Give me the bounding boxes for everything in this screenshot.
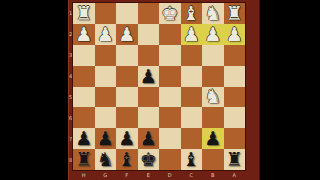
piece-black-rook-h8[interactable]: ♜ — [75, 150, 92, 169]
square-d4[interactable] — [159, 66, 181, 87]
square-c1[interactable]: ♝ — [181, 3, 203, 24]
square-h1[interactable]: ♜ — [73, 3, 95, 24]
square-b4[interactable] — [202, 66, 224, 87]
square-e2[interactable] — [138, 24, 160, 45]
piece-black-pawn-f7[interactable]: ♟ — [118, 129, 135, 148]
square-d1[interactable]: ♚ — [159, 3, 181, 24]
video-frame: 12345678 HGFEDCBA ♜♚♝♞♜♟♟♟♟♟♟♟♞♟♟♟♟♟♜♞♝♚… — [0, 0, 320, 180]
square-b5[interactable]: ♞ — [202, 87, 224, 108]
piece-white-knight-b1[interactable]: ♞ — [204, 3, 221, 22]
square-a3[interactable] — [224, 45, 246, 66]
square-h5[interactable] — [73, 87, 95, 108]
piece-white-bishop-c1[interactable]: ♝ — [183, 3, 200, 22]
square-a1[interactable]: ♜ — [224, 3, 246, 24]
square-b6[interactable] — [202, 107, 224, 128]
square-c6[interactable] — [181, 107, 203, 128]
file-labels: HGFEDCBA — [73, 170, 245, 180]
piece-black-knight-g8[interactable]: ♞ — [97, 150, 114, 169]
square-g4[interactable] — [95, 66, 117, 87]
square-c8[interactable]: ♝ — [181, 149, 203, 170]
square-b3[interactable] — [202, 45, 224, 66]
square-e5[interactable] — [138, 87, 160, 108]
square-c3[interactable] — [181, 45, 203, 66]
square-e8[interactable]: ♚ — [138, 149, 160, 170]
square-d8[interactable] — [159, 149, 181, 170]
piece-black-rook-a8[interactable]: ♜ — [226, 150, 243, 169]
square-g6[interactable] — [95, 107, 117, 128]
square-b2[interactable]: ♟ — [202, 24, 224, 45]
piece-white-knight-b5[interactable]: ♞ — [204, 87, 221, 106]
square-d3[interactable] — [159, 45, 181, 66]
square-g3[interactable] — [95, 45, 117, 66]
square-g2[interactable]: ♟ — [95, 24, 117, 45]
square-a2[interactable]: ♟ — [224, 24, 246, 45]
board-squares: ♜♚♝♞♜♟♟♟♟♟♟♟♞♟♟♟♟♟♜♞♝♚♝♜ — [73, 3, 245, 170]
square-e1[interactable] — [138, 3, 160, 24]
square-c2[interactable]: ♟ — [181, 24, 203, 45]
square-b8[interactable] — [202, 149, 224, 170]
file-label-h: H — [73, 170, 95, 180]
square-d5[interactable] — [159, 87, 181, 108]
piece-black-bishop-c8[interactable]: ♝ — [183, 150, 200, 169]
square-f7[interactable]: ♟ — [116, 128, 138, 149]
piece-black-bishop-f8[interactable]: ♝ — [118, 150, 135, 169]
file-label-d: D — [159, 170, 181, 180]
square-h7[interactable]: ♟ — [73, 128, 95, 149]
square-e7[interactable]: ♟ — [138, 128, 160, 149]
square-f4[interactable] — [116, 66, 138, 87]
square-c5[interactable] — [181, 87, 203, 108]
piece-white-king-d1[interactable]: ♚ — [161, 3, 178, 22]
piece-white-pawn-b2[interactable]: ♟ — [204, 24, 221, 43]
file-label-f: F — [116, 170, 138, 180]
square-f6[interactable] — [116, 107, 138, 128]
piece-black-pawn-b7[interactable]: ♟ — [204, 129, 221, 148]
square-b7[interactable]: ♟ — [202, 128, 224, 149]
file-label-a: A — [224, 170, 246, 180]
file-label-c: C — [181, 170, 203, 180]
square-e3[interactable] — [138, 45, 160, 66]
piece-white-pawn-h2[interactable]: ♟ — [75, 24, 92, 43]
square-g5[interactable] — [95, 87, 117, 108]
piece-white-pawn-g2[interactable]: ♟ — [97, 24, 114, 43]
square-d2[interactable] — [159, 24, 181, 45]
piece-white-rook-h1[interactable]: ♜ — [75, 3, 92, 22]
piece-black-pawn-e7[interactable]: ♟ — [140, 129, 157, 148]
square-h2[interactable]: ♟ — [73, 24, 95, 45]
square-b1[interactable]: ♞ — [202, 3, 224, 24]
square-f8[interactable]: ♝ — [116, 149, 138, 170]
square-h6[interactable] — [73, 107, 95, 128]
piece-black-king-e8[interactable]: ♚ — [140, 150, 157, 169]
square-f5[interactable] — [116, 87, 138, 108]
square-d7[interactable] — [159, 128, 181, 149]
square-e4[interactable]: ♟ — [138, 66, 160, 87]
square-h3[interactable] — [73, 45, 95, 66]
square-h4[interactable] — [73, 66, 95, 87]
square-e6[interactable] — [138, 107, 160, 128]
square-f3[interactable] — [116, 45, 138, 66]
piece-black-pawn-g7[interactable]: ♟ — [97, 129, 114, 148]
piece-white-rook-a1[interactable]: ♜ — [226, 3, 243, 22]
piece-white-pawn-a2[interactable]: ♟ — [226, 24, 243, 43]
file-label-b: B — [202, 170, 224, 180]
square-g8[interactable]: ♞ — [95, 149, 117, 170]
piece-white-pawn-c2[interactable]: ♟ — [183, 24, 200, 43]
square-d6[interactable] — [159, 107, 181, 128]
square-c4[interactable] — [181, 66, 203, 87]
square-g1[interactable] — [95, 3, 117, 24]
square-f2[interactable]: ♟ — [116, 24, 138, 45]
square-a4[interactable] — [224, 66, 246, 87]
chess-board: 12345678 HGFEDCBA ♜♚♝♞♜♟♟♟♟♟♟♟♞♟♟♟♟♟♜♞♝♚… — [68, 0, 260, 180]
file-label-g: G — [95, 170, 117, 180]
square-f1[interactable] — [116, 3, 138, 24]
piece-black-pawn-h7[interactable]: ♟ — [75, 129, 92, 148]
square-a6[interactable] — [224, 107, 246, 128]
square-c7[interactable] — [181, 128, 203, 149]
square-h8[interactable]: ♜ — [73, 149, 95, 170]
file-label-e: E — [138, 170, 160, 180]
square-a5[interactable] — [224, 87, 246, 108]
piece-black-pawn-e4[interactable]: ♟ — [140, 66, 157, 85]
square-a7[interactable] — [224, 128, 246, 149]
piece-white-pawn-f2[interactable]: ♟ — [118, 24, 135, 43]
square-a8[interactable]: ♜ — [224, 149, 246, 170]
square-g7[interactable]: ♟ — [95, 128, 117, 149]
